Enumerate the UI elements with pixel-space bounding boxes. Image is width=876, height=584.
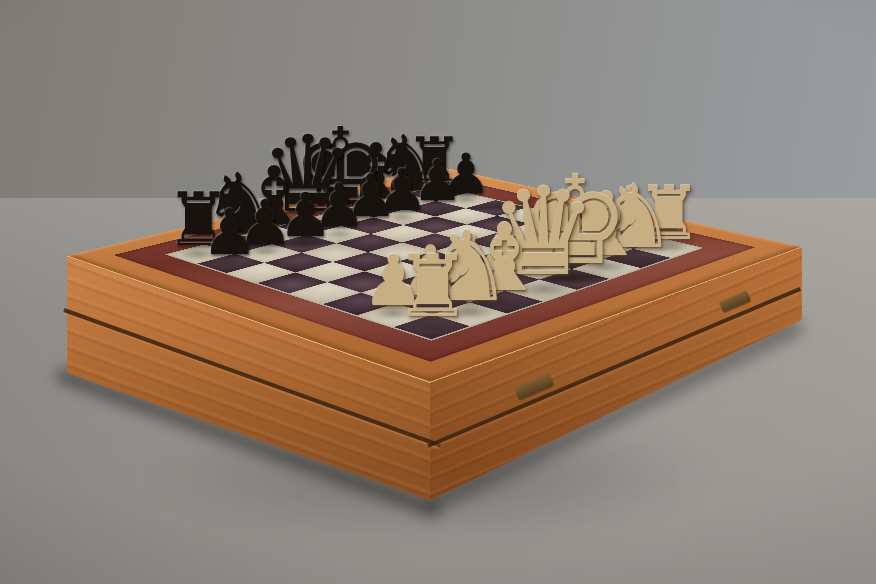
photo-scene: ♜♞♟♟♝♟♚♟♛♟♝♟♞♟♜♟♟♜♞♟♟♝♟♟♚♛♟♝♟♞♟♜ [0, 0, 876, 584]
